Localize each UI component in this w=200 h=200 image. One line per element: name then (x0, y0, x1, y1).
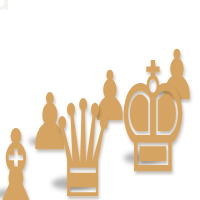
piece-white-king-d1[interactable]: ♚ (116, 43, 191, 195)
chess-set-photo: d ♟♟♟♚♛♝ (0, 0, 200, 200)
piece-white-queen-c1[interactable]: ♛ (50, 83, 116, 200)
piece-white-bishop-b1[interactable]: ♝ (0, 116, 45, 200)
file-label-d: d (0, 0, 11, 18)
